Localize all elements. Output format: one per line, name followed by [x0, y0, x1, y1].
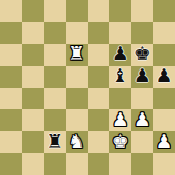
square-e6[interactable]	[88, 44, 110, 66]
square-f7[interactable]	[109, 22, 131, 44]
square-g4[interactable]	[131, 88, 153, 110]
square-h1[interactable]	[153, 153, 175, 175]
square-c1[interactable]	[44, 153, 66, 175]
piece-white-rook[interactable]: ♜	[68, 44, 85, 63]
square-c3[interactable]	[44, 109, 66, 131]
square-h4[interactable]	[153, 88, 175, 110]
square-b4[interactable]	[22, 88, 44, 110]
square-d3[interactable]	[66, 109, 88, 131]
square-e2[interactable]	[88, 131, 110, 153]
square-g6[interactable]: ♚	[131, 44, 153, 66]
square-a3[interactable]	[0, 109, 22, 131]
square-f3[interactable]: ♟	[109, 109, 131, 131]
square-h2[interactable]: ♟	[153, 131, 175, 153]
square-a4[interactable]	[0, 88, 22, 110]
square-b5[interactable]	[22, 66, 44, 88]
square-c2[interactable]: ♜	[44, 131, 66, 153]
square-g2[interactable]	[131, 131, 153, 153]
square-f8[interactable]	[109, 0, 131, 22]
square-g5[interactable]: ♟	[131, 66, 153, 88]
piece-black-rook[interactable]: ♜	[46, 132, 63, 151]
square-h6[interactable]	[153, 44, 175, 66]
square-c4[interactable]	[44, 88, 66, 110]
piece-white-knight[interactable]: ♞	[68, 132, 85, 151]
square-a6[interactable]	[0, 44, 22, 66]
square-b1[interactable]	[22, 153, 44, 175]
square-d5[interactable]	[66, 66, 88, 88]
square-h5[interactable]: ♟	[153, 66, 175, 88]
square-a1[interactable]	[0, 153, 22, 175]
square-b7[interactable]	[22, 22, 44, 44]
square-b2[interactable]	[22, 131, 44, 153]
square-c6[interactable]	[44, 44, 66, 66]
square-f2[interactable]: ♚	[109, 131, 131, 153]
square-a7[interactable]	[0, 22, 22, 44]
square-f5[interactable]: ♝	[109, 66, 131, 88]
piece-black-king[interactable]: ♚	[134, 44, 151, 63]
square-d1[interactable]	[66, 153, 88, 175]
piece-black-pawn[interactable]: ♟	[156, 66, 173, 85]
square-f6[interactable]: ♟	[109, 44, 131, 66]
square-d4[interactable]	[66, 88, 88, 110]
square-c7[interactable]	[44, 22, 66, 44]
square-e1[interactable]	[88, 153, 110, 175]
square-c8[interactable]	[44, 0, 66, 22]
piece-white-pawn[interactable]: ♟	[156, 132, 173, 151]
piece-white-king[interactable]: ♚	[112, 132, 129, 151]
piece-black-pawn[interactable]: ♟	[134, 66, 151, 85]
square-h7[interactable]	[153, 22, 175, 44]
piece-black-pawn[interactable]: ♟	[112, 44, 129, 63]
square-g7[interactable]	[131, 22, 153, 44]
square-c5[interactable]	[44, 66, 66, 88]
square-b6[interactable]	[22, 44, 44, 66]
square-a2[interactable]	[0, 131, 22, 153]
square-h3[interactable]	[153, 109, 175, 131]
square-d2[interactable]: ♞	[66, 131, 88, 153]
square-g8[interactable]	[131, 0, 153, 22]
square-a8[interactable]	[0, 0, 22, 22]
piece-black-bishop[interactable]: ♝	[112, 66, 129, 85]
square-f1[interactable]	[109, 153, 131, 175]
square-e3[interactable]	[88, 109, 110, 131]
square-b3[interactable]	[22, 109, 44, 131]
square-g3[interactable]: ♟	[131, 109, 153, 131]
square-e7[interactable]	[88, 22, 110, 44]
chess-board: ♜♟♚♝♟♟♟♟♜♞♚♟	[0, 0, 175, 175]
square-a5[interactable]	[0, 66, 22, 88]
square-f4[interactable]	[109, 88, 131, 110]
square-d6[interactable]: ♜	[66, 44, 88, 66]
square-d8[interactable]	[66, 0, 88, 22]
square-d7[interactable]	[66, 22, 88, 44]
square-e5[interactable]	[88, 66, 110, 88]
square-e8[interactable]	[88, 0, 110, 22]
square-h8[interactable]	[153, 0, 175, 22]
piece-white-pawn[interactable]: ♟	[112, 110, 129, 129]
square-e4[interactable]	[88, 88, 110, 110]
piece-white-pawn[interactable]: ♟	[134, 110, 151, 129]
square-g1[interactable]	[131, 153, 153, 175]
square-b8[interactable]	[22, 0, 44, 22]
